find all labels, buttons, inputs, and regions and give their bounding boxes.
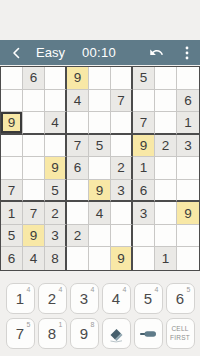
cell-r6c9[interactable] (177, 180, 199, 203)
key-1[interactable]: 14 (6, 283, 35, 314)
three-dots-icon (185, 46, 189, 60)
cell-r1c7[interactable]: 5 (133, 67, 155, 90)
cell-r8c9[interactable] (177, 225, 199, 248)
cell-r2c4[interactable]: 4 (67, 90, 89, 113)
keypad-row-2: 758198 CELL FIRST (0, 318, 200, 349)
cell-r3c8[interactable] (155, 112, 177, 135)
cell-r7c4[interactable] (67, 202, 89, 225)
cell-r5c9[interactable] (177, 157, 199, 180)
key-6[interactable]: 65 (166, 283, 195, 314)
overflow-menu-button[interactable] (185, 46, 189, 60)
cell-r9c9[interactable] (177, 247, 199, 270)
cell-r2c6[interactable]: 7 (111, 90, 133, 113)
cell-r4c5[interactable]: 5 (89, 135, 111, 158)
cell-r3c6[interactable] (111, 112, 133, 135)
cell-r7c3[interactable]: 2 (45, 202, 67, 225)
key-4[interactable]: 44 (102, 283, 131, 314)
cell-r8c8[interactable] (155, 225, 177, 248)
cell-r7c6[interactable] (111, 202, 133, 225)
cell-r8c7[interactable] (133, 225, 155, 248)
cell-r4c1[interactable] (1, 135, 23, 158)
cell-r2c1[interactable] (1, 90, 23, 113)
cell-r3c4[interactable] (67, 112, 89, 135)
cell-r1c6[interactable] (111, 67, 133, 90)
key-2[interactable]: 24 (38, 283, 67, 314)
status-area (0, 0, 200, 40)
cell-r9c1[interactable]: 6 (1, 247, 23, 270)
cell-r6c2[interactable] (23, 180, 45, 203)
cell-r5c8[interactable] (155, 157, 177, 180)
cell-r4c2[interactable] (23, 135, 45, 158)
cell-r4c6[interactable] (111, 135, 133, 158)
cell-r1c2[interactable]: 6 (23, 67, 45, 90)
key-8[interactable]: 81 (38, 318, 67, 349)
cell-first-label: CELL FIRST (168, 325, 192, 341)
back-button[interactable] (12, 47, 20, 59)
cell-r8c2[interactable]: 9 (23, 225, 45, 248)
pencil-icon (139, 330, 157, 338)
cell-r5c2[interactable] (23, 157, 45, 180)
cell-r9c3[interactable]: 8 (45, 247, 67, 270)
cell-r5c1[interactable] (1, 157, 23, 180)
cell-r6c3[interactable]: 5 (45, 180, 67, 203)
cell-r7c1[interactable]: 1 (1, 202, 23, 225)
cell-r1c4[interactable]: 9 (67, 67, 89, 90)
cell-r4c8[interactable]: 2 (155, 135, 177, 158)
cell-r8c4[interactable]: 2 (67, 225, 89, 248)
cell-r6c5[interactable]: 9 (89, 180, 111, 203)
cell-r8c5[interactable] (89, 225, 111, 248)
key-5[interactable]: 54 (134, 283, 163, 314)
app-screen: Easy 00:10 69547694717592396217593617243… (0, 0, 200, 356)
cell-r3c3[interactable]: 4 (45, 112, 67, 135)
eraser-icon (107, 325, 125, 343)
cell-r3c9[interactable]: 1 (177, 112, 199, 135)
cell-r3c2[interactable] (23, 112, 45, 135)
cell-r4c4[interactable]: 7 (67, 135, 89, 158)
app-bar: Easy 00:10 (0, 40, 200, 65)
cell-r8c1[interactable]: 5 (1, 225, 23, 248)
sudoku-board: 695476947175923962175936172439593264891 (0, 66, 200, 271)
cell-r9c4[interactable] (67, 247, 89, 270)
cell-r4c9[interactable]: 3 (177, 135, 199, 158)
cell-r3c7[interactable]: 7 (133, 112, 155, 135)
game-timer: 00:10 (82, 45, 116, 60)
cell-r5c4[interactable]: 6 (67, 157, 89, 180)
key-3[interactable]: 34 (70, 283, 99, 314)
cell-r2c9[interactable]: 6 (177, 90, 199, 113)
cell-r3c1[interactable]: 9 (1, 112, 23, 135)
cell-r6c1[interactable]: 7 (1, 180, 23, 203)
cell-r9c2[interactable]: 4 (23, 247, 45, 270)
pencil-button[interactable] (134, 318, 163, 349)
difficulty-label: Easy (36, 45, 65, 60)
cell-first-button[interactable]: CELL FIRST (166, 318, 195, 349)
cell-r1c9[interactable] (177, 67, 199, 90)
cell-r8c3[interactable]: 3 (45, 225, 67, 248)
cell-r6c4[interactable] (67, 180, 89, 203)
chevron-left-icon (12, 47, 20, 59)
key-7[interactable]: 75 (6, 318, 35, 349)
cell-r1c3[interactable] (45, 67, 67, 90)
undo-icon (149, 45, 164, 60)
eraser-button[interactable] (102, 318, 131, 349)
cell-r2c5[interactable] (89, 90, 111, 113)
cell-r8c6[interactable] (111, 225, 133, 248)
cell-r2c8[interactable] (155, 90, 177, 113)
cell-r6c8[interactable] (155, 180, 177, 203)
cell-r5c7[interactable]: 1 (133, 157, 155, 180)
cell-r5c6[interactable]: 2 (111, 157, 133, 180)
cell-r6c7[interactable]: 6 (133, 180, 155, 203)
cell-r5c5[interactable] (89, 157, 111, 180)
cell-r2c2[interactable] (23, 90, 45, 113)
cell-r4c7[interactable]: 9 (133, 135, 155, 158)
cell-r9c5[interactable] (89, 247, 111, 270)
cell-r2c3[interactable] (45, 90, 67, 113)
cell-r7c7[interactable]: 3 (133, 202, 155, 225)
cell-r9c7[interactable] (133, 247, 155, 270)
cell-r4c3[interactable] (45, 135, 67, 158)
cell-r7c9[interactable]: 9 (177, 202, 199, 225)
cell-r7c8[interactable] (155, 202, 177, 225)
cell-r2c7[interactable] (133, 90, 155, 113)
cell-r6c6[interactable]: 3 (111, 180, 133, 203)
cell-r1c5[interactable] (89, 67, 111, 90)
cell-r5c3[interactable]: 9 (45, 157, 67, 180)
key-9[interactable]: 98 (70, 318, 99, 349)
cell-r7c2[interactable]: 7 (23, 202, 45, 225)
cell-r1c8[interactable] (155, 67, 177, 90)
cell-r9c6[interactable]: 9 (111, 247, 133, 270)
cell-r7c5[interactable]: 4 (89, 202, 111, 225)
undo-button[interactable] (149, 45, 164, 60)
keypad-row-1: 142434445465 (0, 283, 200, 314)
keypad: 142434445465 758198 CELL FIRST (0, 283, 200, 353)
cell-r9c8[interactable]: 1 (155, 247, 177, 270)
cell-r3c5[interactable] (89, 112, 111, 135)
cell-r1c1[interactable] (1, 67, 23, 90)
